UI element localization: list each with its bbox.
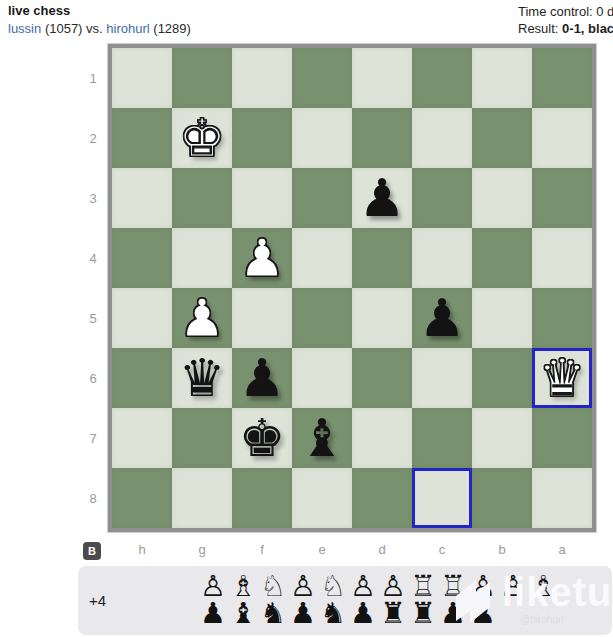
file-label-e: e (292, 539, 352, 559)
black-pawn[interactable]: ♟ (232, 348, 292, 408)
watermark-handle: @hirohurl (520, 614, 564, 625)
square-g5[interactable]: ♟ (172, 288, 232, 348)
rank-label-6: 6 (84, 348, 102, 408)
rank-label-5: 5 (84, 288, 102, 348)
square-g4[interactable] (172, 228, 232, 288)
square-c8[interactable] (412, 468, 472, 528)
square-e8[interactable] (292, 468, 352, 528)
white-queen[interactable]: ♛ (532, 348, 592, 408)
rank-label-4: 4 (84, 228, 102, 288)
square-e5[interactable] (292, 288, 352, 348)
board: ♚♟♟♟♟♛♟♛♚♝ (108, 44, 596, 532)
file-label-a: a (532, 539, 592, 559)
square-e3[interactable] (292, 168, 352, 228)
file-label-g: g (172, 539, 232, 559)
game-info: Time control: 0 d Result: 0-1, blac (518, 4, 613, 36)
captured-black-piece: ♜ (378, 593, 408, 633)
square-b3[interactable] (472, 168, 532, 228)
square-d4[interactable] (352, 228, 412, 288)
square-b6[interactable] (472, 348, 532, 408)
result-label: Result: (518, 21, 562, 36)
rank-label-1: 1 (84, 48, 102, 108)
captured-black-piece: ♟ (288, 593, 318, 633)
square-c4[interactable] (412, 228, 472, 288)
square-a4[interactable] (532, 228, 592, 288)
square-f1[interactable] (232, 48, 292, 108)
white-player-link[interactable]: lussin (8, 21, 41, 36)
rank-label-2: 2 (84, 108, 102, 168)
square-d1[interactable] (352, 48, 412, 108)
square-h4[interactable] (112, 228, 172, 288)
square-h1[interactable] (112, 48, 172, 108)
square-d2[interactable] (352, 108, 412, 168)
square-h2[interactable] (112, 108, 172, 168)
square-h8[interactable] (112, 468, 172, 528)
players-line: lussin (1057) vs. hirohurl (1289) (8, 21, 191, 36)
square-a7[interactable] (532, 408, 592, 468)
square-a2[interactable] (532, 108, 592, 168)
time-control: Time control: 0 d (518, 4, 613, 19)
square-c2[interactable] (412, 108, 472, 168)
file-labels: hgfedcba (112, 539, 592, 559)
square-c6[interactable] (412, 348, 472, 408)
file-label-f: f (232, 539, 292, 559)
square-h5[interactable] (112, 288, 172, 348)
white-pawn[interactable]: ♟ (232, 228, 292, 288)
square-h7[interactable] (112, 408, 172, 468)
square-d5[interactable] (352, 288, 412, 348)
square-f2[interactable] (232, 108, 292, 168)
square-b7[interactable] (472, 408, 532, 468)
square-f7[interactable]: ♚ (232, 408, 292, 468)
page-title: live chess (8, 3, 191, 18)
square-c5[interactable]: ♟ (412, 288, 472, 348)
white-rating: (1057) (45, 21, 83, 36)
square-g8[interactable] (172, 468, 232, 528)
rank-label-8: 8 (84, 468, 102, 528)
game-header: live chess lussin (1057) vs. hirohurl (1… (8, 3, 191, 36)
square-g3[interactable] (172, 168, 232, 228)
square-b8[interactable] (472, 468, 532, 528)
square-c3[interactable] (412, 168, 472, 228)
black-rating: (1289) (153, 21, 191, 36)
square-b4[interactable] (472, 228, 532, 288)
white-king[interactable]: ♚ (172, 108, 232, 168)
liketu-logo-icon (450, 574, 496, 630)
white-pawn[interactable]: ♟ (172, 288, 232, 348)
captured-black-piece: ♝ (228, 593, 258, 633)
rank-label-7: 7 (84, 408, 102, 468)
square-f6[interactable]: ♟ (232, 348, 292, 408)
square-d3[interactable]: ♟ (352, 168, 412, 228)
captured-black-piece: ♞ (258, 593, 288, 633)
square-a6[interactable]: ♛ (532, 348, 592, 408)
result-value: 0-1, blac (562, 21, 613, 36)
square-f4[interactable]: ♟ (232, 228, 292, 288)
square-g6[interactable]: ♛ (172, 348, 232, 408)
square-a8[interactable] (532, 468, 592, 528)
square-f3[interactable] (232, 168, 292, 228)
square-b1[interactable] (472, 48, 532, 108)
square-f5[interactable] (232, 288, 292, 348)
captured-pieces-tray: +4 ♙♗♘♙♘♙♙♖♖♙♙♗ ♟♝♞♟♞♟♜♜♟♟ liketu @hiroh… (78, 566, 612, 635)
square-a5[interactable] (532, 288, 592, 348)
square-c1[interactable] (412, 48, 472, 108)
result-line: Result: 0-1, blac (518, 21, 613, 36)
square-e1[interactable] (292, 48, 352, 108)
square-e4[interactable] (292, 228, 352, 288)
square-g2[interactable]: ♚ (172, 108, 232, 168)
square-e7[interactable]: ♝ (292, 408, 352, 468)
black-queen[interactable]: ♛ (172, 348, 232, 408)
square-h3[interactable] (112, 168, 172, 228)
file-label-c: c (412, 539, 472, 559)
square-b5[interactable] (472, 288, 532, 348)
square-g1[interactable] (172, 48, 232, 108)
black-pawn[interactable]: ♟ (412, 288, 472, 348)
square-d8[interactable] (352, 468, 412, 528)
square-a1[interactable] (532, 48, 592, 108)
file-label-b: b (472, 539, 532, 559)
black-player-link[interactable]: hirohurl (106, 21, 149, 36)
square-c7[interactable] (412, 408, 472, 468)
black-pawn[interactable]: ♟ (352, 168, 412, 228)
square-e2[interactable] (292, 108, 352, 168)
material-advantage: +4 (89, 566, 106, 635)
captured-black-piece: ♞ (318, 593, 348, 633)
square-h6[interactable] (112, 348, 172, 408)
square-d7[interactable] (352, 408, 412, 468)
square-d6[interactable] (352, 348, 412, 408)
black-king[interactable]: ♚ (232, 408, 292, 468)
rank-labels: 12345678 (84, 48, 102, 528)
square-g7[interactable] (172, 408, 232, 468)
file-label-h: h (112, 539, 172, 559)
square-f8[interactable] (232, 468, 292, 528)
captured-black-piece: ♟ (198, 593, 228, 633)
captured-black-piece: ♜ (408, 593, 438, 633)
square-b2[interactable] (472, 108, 532, 168)
file-label-d: d (352, 539, 412, 559)
square-a3[interactable] (532, 168, 592, 228)
vs-label: vs. (86, 21, 103, 36)
turn-badge: B (83, 542, 101, 560)
rank-label-3: 3 (84, 168, 102, 228)
square-e6[interactable] (292, 348, 352, 408)
liketu-watermark: liketu (502, 570, 612, 615)
black-bishop[interactable]: ♝ (292, 408, 352, 468)
captured-black-piece: ♟ (348, 593, 378, 633)
